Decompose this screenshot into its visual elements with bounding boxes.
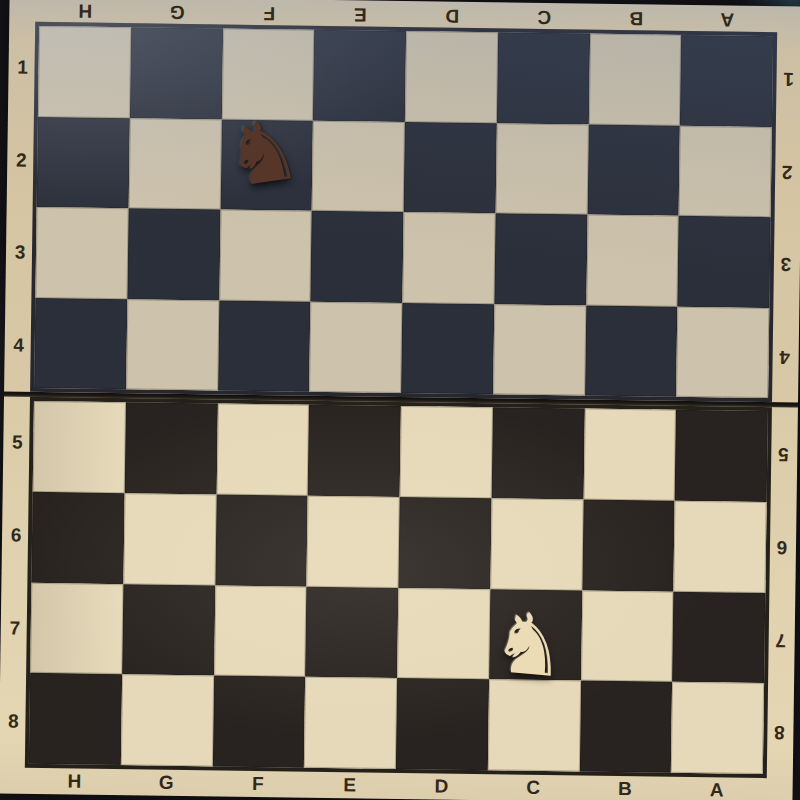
board-upper-half: HGFEDCBA 1234 1234 ♞	[4, 0, 800, 403]
rank-label-left-2: 2	[10, 114, 33, 207]
board-lower-half: 5678 5678 HGFEDCBA ♞	[0, 396, 798, 800]
file-label-top-f: F	[223, 1, 315, 24]
square-h2[interactable]	[37, 116, 130, 208]
square-g2[interactable]	[128, 118, 221, 210]
square-e4[interactable]	[309, 301, 402, 393]
square-e2[interactable]	[312, 120, 405, 212]
file-label-top-h: H	[39, 0, 131, 22]
rank-label-right-1: 1	[777, 32, 800, 125]
square-d8[interactable]	[396, 678, 489, 770]
rank-label-right-8: 8	[768, 685, 791, 778]
square-f8[interactable]	[212, 676, 305, 768]
square-c7[interactable]: ♞	[489, 589, 582, 681]
file-label-bottom-g: G	[120, 771, 212, 794]
square-b8[interactable]	[579, 681, 672, 773]
rank-label-right-3: 3	[774, 217, 797, 310]
rank-label-left-4: 4	[7, 299, 30, 392]
file-label-bottom-f: F	[212, 772, 304, 795]
file-label-bottom-h: H	[28, 770, 120, 793]
square-e5[interactable]	[308, 405, 401, 497]
file-label-top-b: B	[590, 7, 682, 30]
black-knight[interactable]: ♞	[220, 106, 307, 200]
square-d5[interactable]	[400, 406, 493, 498]
square-b5[interactable]	[583, 409, 676, 501]
square-e3[interactable]	[311, 211, 404, 303]
chess-board-photo: HGFEDCBA 1234 1234 ♞ 5678 5678 HGFEDCBA …	[0, 0, 800, 800]
square-b2[interactable]	[587, 124, 680, 216]
square-h4[interactable]	[34, 297, 127, 389]
square-f5[interactable]	[216, 403, 309, 495]
square-g3[interactable]	[127, 208, 220, 300]
square-g1[interactable]	[130, 27, 223, 119]
file-label-bottom-a: A	[671, 779, 763, 800]
square-e7[interactable]	[305, 586, 398, 678]
square-g6[interactable]	[123, 493, 216, 585]
square-d1[interactable]	[405, 31, 498, 123]
square-c5[interactable]	[491, 407, 584, 499]
file-label-top-e: E	[314, 3, 406, 26]
board-field-upper: ♞	[30, 22, 777, 402]
square-a8[interactable]	[671, 682, 764, 774]
square-g8[interactable]	[121, 674, 214, 766]
square-c3[interactable]	[494, 213, 587, 305]
file-label-bottom-c: C	[487, 776, 579, 799]
rank-label-left-6: 6	[4, 489, 27, 582]
square-e1[interactable]	[313, 30, 406, 122]
square-d4[interactable]	[401, 303, 494, 395]
rank-label-right-4: 4	[773, 310, 796, 403]
square-h1[interactable]	[38, 26, 131, 118]
square-h7[interactable]	[30, 582, 123, 674]
square-h3[interactable]	[35, 207, 128, 299]
file-label-top-a: A	[681, 8, 773, 31]
square-e6[interactable]	[307, 495, 400, 587]
square-b7[interactable]	[581, 590, 674, 682]
square-a3[interactable]	[678, 216, 771, 308]
square-c4[interactable]	[493, 304, 586, 396]
square-g5[interactable]	[124, 402, 217, 494]
square-a4[interactable]	[676, 306, 769, 398]
file-label-top-c: C	[498, 5, 590, 28]
rank-label-left-1: 1	[11, 22, 34, 115]
rank-labels-right-upper: 1234	[773, 32, 800, 402]
file-label-bottom-e: E	[304, 774, 396, 797]
file-label-top-g: G	[131, 0, 223, 23]
rank-label-left-8: 8	[2, 675, 25, 768]
square-c2[interactable]	[495, 123, 588, 215]
rank-label-right-5: 5	[772, 407, 795, 500]
square-f7[interactable]	[214, 585, 307, 677]
square-h8[interactable]	[29, 673, 122, 765]
file-label-bottom-d: D	[395, 775, 487, 798]
square-f2[interactable]: ♞	[220, 119, 313, 211]
square-d7[interactable]	[397, 587, 490, 679]
square-g7[interactable]	[122, 584, 215, 676]
rank-label-right-2: 2	[776, 125, 799, 218]
white-knight[interactable]: ♞	[488, 600, 570, 690]
square-h6[interactable]	[31, 492, 124, 584]
rank-labels-right-lower: 5678	[768, 407, 795, 778]
square-b3[interactable]	[586, 215, 679, 307]
rank-label-right-6: 6	[770, 500, 793, 593]
square-a7[interactable]	[672, 591, 765, 683]
square-c6[interactable]	[490, 498, 583, 590]
square-d6[interactable]	[398, 497, 491, 589]
file-label-top-d: D	[406, 4, 498, 27]
rank-label-left-3: 3	[8, 207, 31, 300]
square-d3[interactable]	[402, 212, 495, 304]
square-a1[interactable]	[680, 35, 773, 127]
square-a2[interactable]	[679, 125, 772, 217]
square-c1[interactable]	[497, 32, 590, 124]
square-f4[interactable]	[218, 300, 311, 392]
rank-label-right-7: 7	[769, 593, 792, 686]
square-g4[interactable]	[126, 299, 219, 391]
square-b6[interactable]	[582, 499, 675, 591]
square-b1[interactable]	[588, 34, 681, 126]
square-f6[interactable]	[215, 494, 308, 586]
file-label-bottom-b: B	[579, 778, 671, 800]
rank-label-left-5: 5	[6, 396, 29, 489]
square-a6[interactable]	[674, 501, 767, 593]
board-field-lower: ♞	[25, 397, 772, 778]
rank-label-left-7: 7	[3, 582, 26, 675]
square-e8[interactable]	[304, 677, 397, 769]
square-h5[interactable]	[33, 401, 126, 493]
square-a5[interactable]	[675, 410, 768, 502]
square-b4[interactable]	[585, 305, 678, 397]
square-d2[interactable]	[404, 122, 497, 214]
square-f3[interactable]	[219, 209, 312, 301]
